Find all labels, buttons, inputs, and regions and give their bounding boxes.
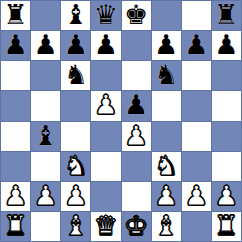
square-f8[interactable]: [152, 1, 181, 30]
black-knight[interactable]: ♞: [64, 61, 88, 88]
white-rook[interactable]: ♜: [3, 212, 27, 239]
square-a7[interactable]: ♟: [1, 31, 30, 60]
square-e5[interactable]: ♟: [122, 91, 151, 120]
square-a8[interactable]: ♜: [1, 1, 30, 30]
white-knight[interactable]: ♞: [64, 152, 88, 179]
square-b2[interactable]: ♟: [31, 182, 60, 211]
square-g5[interactable]: [182, 91, 211, 120]
square-f7[interactable]: ♟: [152, 31, 181, 60]
square-h7[interactable]: ♟: [212, 31, 241, 60]
square-e8[interactable]: ♚: [122, 1, 151, 30]
square-d1[interactable]: ♛: [91, 212, 120, 241]
square-a3[interactable]: [1, 152, 30, 181]
white-pawn[interactable]: ♟: [94, 91, 118, 118]
black-pawn[interactable]: ♟: [34, 31, 58, 58]
square-b6[interactable]: [31, 61, 60, 90]
square-a1[interactable]: ♜: [1, 212, 30, 241]
white-pawn[interactable]: ♟: [3, 182, 27, 209]
square-g6[interactable]: [182, 61, 211, 90]
square-c8[interactable]: ♝: [61, 1, 90, 30]
square-e2[interactable]: [122, 182, 151, 211]
square-e7[interactable]: [122, 31, 151, 60]
white-knight[interactable]: ♞: [154, 152, 178, 179]
square-b4[interactable]: ♝: [31, 122, 60, 151]
square-f6[interactable]: ♞: [152, 61, 181, 90]
square-d5[interactable]: ♟: [91, 91, 120, 120]
square-a6[interactable]: [1, 61, 30, 90]
square-h5[interactable]: [212, 91, 241, 120]
square-e6[interactable]: [122, 61, 151, 90]
black-pawn[interactable]: ♟: [94, 31, 118, 58]
black-pawn[interactable]: ♟: [214, 31, 238, 58]
square-f1[interactable]: ♝: [152, 212, 181, 241]
square-g8[interactable]: [182, 1, 211, 30]
square-h3[interactable]: [212, 152, 241, 181]
chess-board: ♜♝♛♚♜♟♟♟♟♟♟♟♞♞♟♟♝♟♞♞♟♟♟♟♟♟♜♝♛♚♝♜: [0, 0, 242, 242]
square-c3[interactable]: ♞: [61, 152, 90, 181]
black-pawn[interactable]: ♟: [184, 31, 208, 58]
square-c7[interactable]: ♟: [61, 31, 90, 60]
white-pawn[interactable]: ♟: [64, 182, 88, 209]
white-queen[interactable]: ♛: [94, 212, 118, 239]
black-pawn[interactable]: ♟: [154, 31, 178, 58]
white-pawn[interactable]: ♟: [124, 122, 148, 149]
square-g3[interactable]: [182, 152, 211, 181]
square-e4[interactable]: ♟: [122, 122, 151, 151]
square-e3[interactable]: [122, 152, 151, 181]
square-b3[interactable]: [31, 152, 60, 181]
black-pawn[interactable]: ♟: [3, 31, 27, 58]
white-pawn[interactable]: ♟: [34, 182, 58, 209]
square-a2[interactable]: ♟: [1, 182, 30, 211]
square-d2[interactable]: [91, 182, 120, 211]
black-bishop[interactable]: ♝: [34, 122, 58, 149]
square-b8[interactable]: [31, 1, 60, 30]
black-pawn[interactable]: ♟: [124, 91, 148, 118]
square-b1[interactable]: [31, 212, 60, 241]
square-h2[interactable]: ♟: [212, 182, 241, 211]
white-pawn[interactable]: ♟: [214, 182, 238, 209]
square-a4[interactable]: [1, 122, 30, 151]
black-pawn[interactable]: ♟: [64, 31, 88, 58]
square-d7[interactable]: ♟: [91, 31, 120, 60]
square-f4[interactable]: [152, 122, 181, 151]
square-g4[interactable]: [182, 122, 211, 151]
square-f2[interactable]: ♟: [152, 182, 181, 211]
square-f3[interactable]: ♞: [152, 152, 181, 181]
square-d8[interactable]: ♛: [91, 1, 120, 30]
square-h4[interactable]: [212, 122, 241, 151]
square-c2[interactable]: ♟: [61, 182, 90, 211]
square-c5[interactable]: [61, 91, 90, 120]
square-h8[interactable]: ♜: [212, 1, 241, 30]
white-bishop[interactable]: ♝: [64, 212, 88, 239]
square-b7[interactable]: ♟: [31, 31, 60, 60]
square-d4[interactable]: [91, 122, 120, 151]
black-rook[interactable]: ♜: [214, 1, 238, 28]
square-g1[interactable]: [182, 212, 211, 241]
square-e1[interactable]: ♚: [122, 212, 151, 241]
white-pawn[interactable]: ♟: [154, 182, 178, 209]
white-bishop[interactable]: ♝: [154, 212, 178, 239]
square-g7[interactable]: ♟: [182, 31, 211, 60]
square-d6[interactable]: [91, 61, 120, 90]
square-f5[interactable]: [152, 91, 181, 120]
black-rook[interactable]: ♜: [3, 1, 27, 28]
white-king[interactable]: ♚: [124, 212, 148, 239]
square-c6[interactable]: ♞: [61, 61, 90, 90]
square-c4[interactable]: [61, 122, 90, 151]
square-a5[interactable]: [1, 91, 30, 120]
square-d3[interactable]: [91, 152, 120, 181]
white-rook[interactable]: ♜: [214, 212, 238, 239]
square-g2[interactable]: ♟: [182, 182, 211, 211]
square-h1[interactable]: ♜: [212, 212, 241, 241]
square-h6[interactable]: [212, 61, 241, 90]
square-c1[interactable]: ♝: [61, 212, 90, 241]
black-knight[interactable]: ♞: [154, 61, 178, 88]
black-queen[interactable]: ♛: [94, 1, 118, 28]
white-pawn[interactable]: ♟: [184, 182, 208, 209]
black-king[interactable]: ♚: [124, 1, 148, 28]
black-bishop[interactable]: ♝: [64, 1, 88, 28]
square-b5[interactable]: [31, 91, 60, 120]
